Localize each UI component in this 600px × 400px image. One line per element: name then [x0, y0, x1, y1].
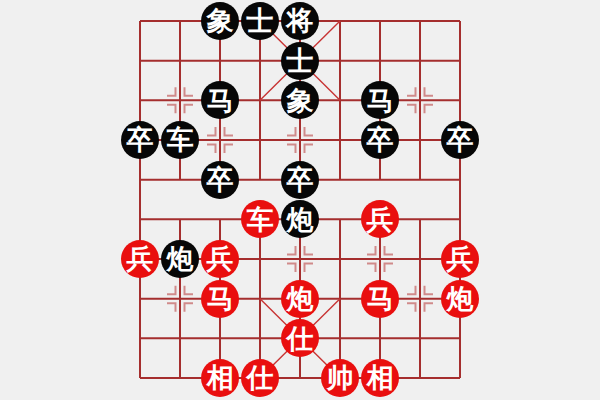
piece-red-elephant[interactable]: 相	[361, 359, 399, 397]
piece-red-pawn[interactable]: 兵	[441, 240, 479, 278]
piece-black-pawn[interactable]: 卒	[281, 161, 319, 199]
piece-red-pawn[interactable]: 兵	[361, 200, 399, 238]
piece-black-pawn[interactable]: 卒	[441, 121, 479, 159]
piece-black-elephant[interactable]: 象	[201, 2, 239, 40]
piece-red-cannon[interactable]: 炮	[281, 280, 319, 318]
piece-black-advisor[interactable]: 士	[241, 2, 279, 40]
piece-red-general[interactable]: 帅	[321, 359, 359, 397]
piece-red-pawn[interactable]: 兵	[121, 240, 159, 278]
piece-red-elephant[interactable]: 相	[201, 359, 239, 397]
piece-red-advisor[interactable]: 仕	[241, 359, 279, 397]
piece-black-elephant[interactable]: 象	[281, 81, 319, 119]
piece-black-advisor[interactable]: 士	[281, 42, 319, 80]
piece-black-pawn[interactable]: 卒	[201, 161, 239, 199]
piece-red-advisor[interactable]: 仕	[281, 319, 319, 357]
piece-red-chariot[interactable]: 车	[241, 200, 279, 238]
piece-black-pawn[interactable]: 卒	[361, 121, 399, 159]
piece-black-chariot[interactable]: 车	[161, 121, 199, 159]
piece-red-horse[interactable]: 马	[201, 280, 239, 318]
piece-black-pawn[interactable]: 卒	[121, 121, 159, 159]
piece-black-horse[interactable]: 马	[201, 81, 239, 119]
piece-black-cannon[interactable]: 炮	[281, 200, 319, 238]
piece-black-horse[interactable]: 马	[361, 81, 399, 119]
piece-black-general[interactable]: 将	[281, 2, 319, 40]
piece-red-horse[interactable]: 马	[361, 280, 399, 318]
piece-black-cannon[interactable]: 炮	[161, 240, 199, 278]
piece-red-cannon[interactable]: 炮	[441, 280, 479, 318]
xiangqi-board: 象士将士马象马卒车卒卒卒卒车炮兵兵炮兵兵马炮马炮仕相仕帅相	[0, 0, 600, 400]
board-intersections: 象士将士马象马卒车卒卒卒卒车炮兵兵炮兵兵马炮马炮仕相仕帅相	[120, 1, 480, 398]
piece-red-pawn[interactable]: 兵	[201, 240, 239, 278]
